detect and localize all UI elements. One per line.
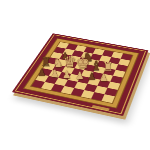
board-square — [102, 94, 115, 103]
chess-set-product-photo[interactable]: ♟♞♜♞♛♚♝♜♟♟♟♟♟♟ — [0, 0, 150, 150]
board-scene — [0, 0, 150, 150]
chess-board — [12, 33, 149, 116]
